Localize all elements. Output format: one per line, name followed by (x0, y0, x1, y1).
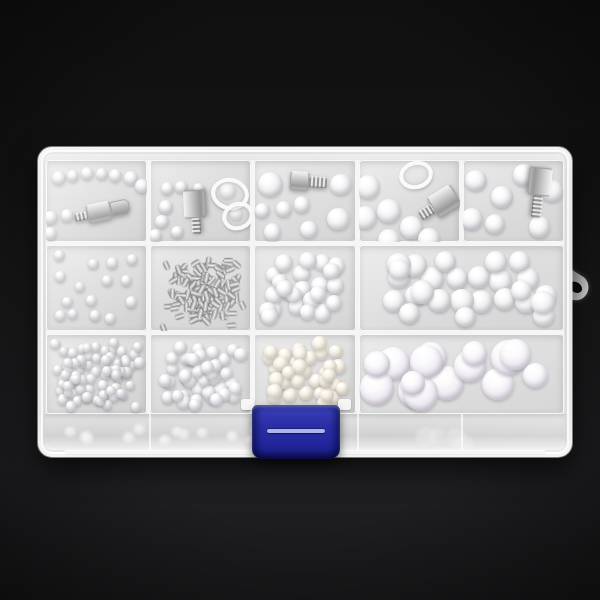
pearl (55, 310, 66, 321)
pearl (210, 393, 223, 406)
pearl (264, 223, 282, 241)
pearl (234, 348, 247, 361)
pearl (102, 275, 113, 286)
pearl (52, 171, 66, 185)
pearl (485, 214, 506, 235)
latch-slot (267, 429, 325, 433)
compartment-r3c1 (46, 334, 147, 414)
pearl-screw (72, 197, 131, 227)
silver-tube (163, 260, 171, 270)
compartment-r1c1 (46, 160, 147, 242)
pearl-screw (525, 167, 553, 219)
pearl (46, 211, 58, 224)
lip-reflection-pearl (197, 428, 207, 438)
pearl (294, 196, 311, 213)
silver-tube (170, 289, 175, 298)
pearl (126, 381, 135, 390)
pearl (155, 215, 169, 229)
pearl (455, 307, 476, 328)
silver-tube (238, 300, 246, 310)
compartment-r2c2 (150, 245, 251, 331)
pearl (133, 342, 143, 352)
pearl (418, 228, 440, 242)
pearl (411, 280, 435, 304)
pearl (68, 309, 78, 319)
pearl (167, 363, 179, 375)
pearl (323, 263, 339, 279)
compartment-r3c2 (150, 334, 251, 414)
pearl (116, 389, 126, 399)
pearl (189, 399, 202, 412)
pearl (171, 226, 184, 239)
pearl (50, 339, 60, 349)
latch-receiver-right (338, 399, 351, 410)
pearl (378, 229, 401, 242)
pearl (46, 227, 57, 240)
pearl (529, 216, 551, 238)
pearl (134, 357, 144, 367)
pearl (159, 200, 173, 214)
compartment-grid (46, 160, 564, 414)
screw-thread (531, 195, 543, 218)
screw-head (85, 201, 112, 225)
pearl (127, 254, 138, 265)
compartment-r2c45 (359, 245, 564, 331)
lip-divider-line (461, 414, 463, 454)
pearl (330, 174, 352, 196)
pearl (531, 291, 554, 314)
pearl (283, 388, 297, 402)
pearl (131, 402, 141, 412)
pearl (276, 201, 292, 217)
pearl (174, 341, 187, 354)
pearl (258, 172, 283, 197)
pearl (75, 282, 85, 292)
screw-thread (73, 211, 87, 222)
pearl (67, 170, 79, 182)
screw-head (289, 171, 309, 191)
lip-reflection-pearl (65, 427, 76, 438)
pearl (86, 295, 97, 306)
pearl (329, 345, 343, 359)
lip-reflection-pearl (134, 424, 145, 435)
lip-divider-line (149, 414, 151, 454)
pearl (299, 386, 313, 400)
pearl (264, 345, 278, 359)
pearl (61, 370, 71, 380)
silver-tube (220, 311, 226, 321)
pearl (63, 358, 73, 368)
compartment-r1c3 (254, 160, 355, 242)
latch (252, 405, 340, 459)
pearl (101, 355, 110, 364)
pearl (300, 221, 317, 238)
pearl (509, 251, 530, 272)
lip-reflection-pearl (428, 428, 448, 448)
organizer-box (38, 147, 572, 457)
pearl (86, 374, 96, 384)
pearl (399, 303, 420, 324)
pearl (229, 382, 242, 395)
pearl (377, 199, 401, 223)
pearl (150, 229, 161, 242)
pearl (88, 259, 99, 270)
silver-tube (228, 311, 237, 316)
pearl (300, 304, 316, 320)
compartment-r1c2 (150, 160, 251, 242)
pearl (463, 208, 483, 230)
screw-thread (191, 218, 201, 234)
pearl (359, 175, 381, 198)
pearl (336, 382, 350, 396)
compartment-r3c45 (359, 334, 564, 414)
silver-tube (227, 322, 236, 328)
lip-reflection-pearl (172, 427, 183, 438)
pearl-screw (183, 189, 207, 234)
pearl (161, 182, 174, 195)
pearl (220, 367, 233, 380)
pearl (71, 374, 81, 384)
pearl (491, 186, 513, 208)
pearl (275, 254, 293, 272)
pearl (96, 168, 108, 180)
pearl (359, 206, 378, 229)
pearl (55, 271, 66, 282)
pearl (485, 251, 507, 273)
lip-divider-line (357, 414, 359, 454)
pearl (435, 251, 456, 272)
plastic-cap (396, 160, 436, 193)
pearl (320, 388, 334, 402)
silver-tube (174, 313, 184, 321)
silver-tube (160, 324, 168, 331)
pearl (322, 369, 336, 383)
pearl (327, 278, 343, 294)
pearl (447, 268, 468, 289)
pearl (327, 208, 350, 231)
lip-reflection-pearl (80, 431, 93, 444)
pearl (107, 257, 119, 269)
screw-barrel (109, 199, 131, 218)
pearl (310, 286, 327, 303)
pearl (54, 250, 65, 261)
pearl (261, 308, 279, 326)
pearl (121, 275, 133, 287)
pearl (206, 346, 220, 360)
pearl (465, 170, 487, 192)
pearl (109, 169, 122, 182)
lip-reflection-pearl (446, 428, 467, 449)
pearl (135, 179, 147, 193)
pearl (90, 310, 102, 322)
screw-head (527, 167, 553, 197)
pearl-screw (289, 171, 327, 193)
pearl (126, 296, 137, 307)
pearl (462, 341, 487, 366)
lip-reflection-pearl (123, 432, 135, 444)
pearl (500, 339, 531, 370)
compartment-r1c4 (359, 160, 460, 242)
pearl (364, 351, 390, 377)
pearl (255, 203, 270, 218)
screw-thread (309, 176, 328, 188)
pearl (91, 342, 101, 352)
pearl (299, 252, 317, 270)
silver-tube (189, 317, 199, 326)
silver-tube (170, 305, 180, 311)
compartment-r2c1 (46, 245, 147, 331)
pearl (401, 371, 425, 395)
compartment-r2c3 (254, 245, 355, 331)
pearl (179, 369, 193, 383)
pearl (81, 167, 94, 180)
compartment-r1c5 (463, 160, 564, 242)
lip-reflection-pearl (159, 435, 171, 447)
pearl (61, 209, 74, 222)
pearl (66, 401, 76, 411)
lip-reflection-pearl (227, 431, 238, 442)
pearl (523, 363, 548, 388)
pearl (105, 313, 116, 324)
pearl (326, 295, 343, 312)
screw-head (183, 189, 206, 218)
pearl (62, 297, 73, 308)
